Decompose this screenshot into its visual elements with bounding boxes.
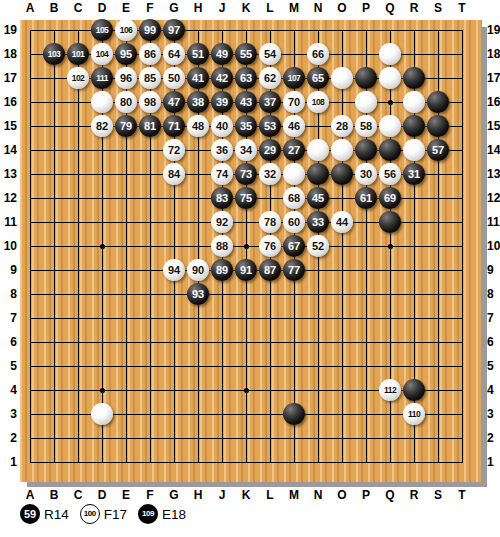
white-stone-E16: 80 — [115, 91, 137, 113]
black-stone-K17: 63 — [235, 67, 257, 89]
row-label-right-3: 3 — [487, 406, 500, 422]
column-label-bottom-C: C — [66, 488, 90, 502]
row-label-left-9: 9 — [0, 262, 17, 278]
move-number: 108 — [312, 98, 325, 107]
column-label-bottom-M: M — [282, 488, 306, 502]
column-label-top-O: O — [330, 1, 354, 15]
white-stone-N10: 52 — [307, 235, 329, 257]
column-label-top-M: M — [282, 1, 306, 15]
column-label-bottom-G: G — [162, 488, 186, 502]
move-number: 104 — [96, 50, 109, 59]
move-number: 60 — [288, 217, 300, 228]
white-stone-Q13: 56 — [379, 163, 401, 185]
column-label-bottom-K: K — [234, 488, 258, 502]
move-number: 56 — [384, 169, 396, 180]
row-label-right-19: 19 — [487, 22, 500, 38]
move-number: 36 — [216, 145, 228, 156]
black-stone-N13 — [307, 163, 329, 185]
column-label-bottom-S: S — [426, 488, 450, 502]
move-number: 88 — [216, 241, 228, 252]
row-label-left-18: 18 — [0, 46, 17, 62]
black-stone-S16 — [427, 91, 449, 113]
row-label-right-16: 16 — [487, 94, 500, 110]
column-label-top-S: S — [426, 1, 450, 15]
move-number: 93 — [192, 289, 204, 300]
black-stone-M9: 77 — [283, 259, 305, 281]
white-stone-D18: 104 — [91, 43, 113, 65]
move-number: 75 — [240, 193, 252, 204]
white-stone-J13: 74 — [211, 163, 233, 185]
row-label-left-17: 17 — [0, 70, 17, 86]
white-stone-N18: 66 — [307, 43, 329, 65]
move-number: 85 — [144, 73, 156, 84]
column-label-bottom-T: T — [450, 488, 474, 502]
move-number: 68 — [288, 193, 300, 204]
move-number: 33 — [312, 217, 324, 228]
move-number: 77 — [288, 265, 300, 276]
black-stone-K13: 73 — [235, 163, 257, 185]
row-label-left-1: 1 — [0, 454, 17, 470]
white-stone-F16: 98 — [139, 91, 161, 113]
column-label-top-K: K — [234, 1, 258, 15]
column-label-bottom-R: R — [402, 488, 426, 502]
white-stone-N14 — [307, 139, 329, 161]
column-label-top-Q: Q — [378, 1, 402, 15]
move-number: 31 — [408, 169, 420, 180]
row-label-right-4: 4 — [487, 382, 500, 398]
move-number: 107 — [288, 74, 301, 83]
hoshi-point — [388, 244, 393, 249]
hoshi-point — [100, 388, 105, 393]
black-stone-B18: 103 — [43, 43, 65, 65]
move-number: 41 — [192, 73, 204, 84]
white-stone-L18: 54 — [259, 43, 281, 65]
black-stone-N11: 33 — [307, 211, 329, 233]
column-label-top-R: R — [402, 1, 426, 15]
white-stone-P15: 58 — [355, 115, 377, 137]
move-number: 78 — [264, 217, 276, 228]
white-stone-Q4: 112 — [379, 379, 401, 401]
white-stone-G18: 64 — [163, 43, 185, 65]
move-number: 71 — [168, 121, 180, 132]
move-number: 51 — [192, 49, 204, 60]
black-stone-J18: 49 — [211, 43, 233, 65]
hoshi-point — [100, 244, 105, 249]
move-number: 49 — [216, 49, 228, 60]
column-label-top-N: N — [306, 1, 330, 15]
move-number: 70 — [288, 97, 300, 108]
white-stone-O17 — [331, 67, 353, 89]
column-label-bottom-F: F — [138, 488, 162, 502]
white-stone-L17: 62 — [259, 67, 281, 89]
column-label-top-G: G — [162, 1, 186, 15]
black-stone-G15: 71 — [163, 115, 185, 137]
white-stone-Q17 — [379, 67, 401, 89]
white-stone-M13 — [283, 163, 305, 185]
black-stone-Q11 — [379, 211, 401, 233]
hoshi-point — [244, 388, 249, 393]
row-label-right-14: 14 — [487, 142, 500, 158]
white-stone-F18: 86 — [139, 43, 161, 65]
move-number: 66 — [312, 49, 324, 60]
column-label-top-C: C — [66, 1, 90, 15]
move-number: 29 — [264, 145, 276, 156]
row-label-right-13: 13 — [487, 166, 500, 182]
black-stone-H16: 38 — [187, 91, 209, 113]
white-stone-L10: 76 — [259, 235, 281, 257]
row-label-left-3: 3 — [0, 406, 17, 422]
black-stone-R13: 31 — [403, 163, 425, 185]
move-number: 37 — [264, 97, 276, 108]
move-number: 105 — [96, 26, 109, 35]
move-number: 58 — [360, 121, 372, 132]
row-label-right-1: 1 — [487, 454, 500, 470]
move-number: 38 — [192, 97, 204, 108]
row-label-left-2: 2 — [0, 430, 17, 446]
row-label-right-8: 8 — [487, 286, 500, 302]
move-number: 99 — [144, 25, 156, 36]
move-number: 64 — [168, 49, 180, 60]
move-number: 90 — [192, 265, 204, 276]
move-number: 27 — [288, 145, 300, 156]
move-number: 55 — [240, 49, 252, 60]
move-number: 72 — [168, 145, 180, 156]
move-number: 84 — [168, 169, 180, 180]
move-number: 46 — [288, 121, 300, 132]
row-label-left-4: 4 — [0, 382, 17, 398]
black-stone-M10: 67 — [283, 235, 305, 257]
white-stone-M11: 60 — [283, 211, 305, 233]
move-number: 50 — [168, 73, 180, 84]
white-stone-G9: 94 — [163, 259, 185, 281]
caption-coord-text: R14 — [44, 507, 69, 522]
black-stone-K15: 35 — [235, 115, 257, 137]
row-label-left-6: 6 — [0, 334, 17, 350]
black-stone-K12: 75 — [235, 187, 257, 209]
black-stone-E15: 79 — [115, 115, 137, 137]
column-label-top-E: E — [114, 1, 138, 15]
row-label-right-7: 7 — [487, 310, 500, 326]
white-stone-J10: 88 — [211, 235, 233, 257]
row-label-right-9: 9 — [487, 262, 500, 278]
move-number: 87 — [264, 265, 276, 276]
black-stone-P14 — [355, 139, 377, 161]
black-stone-L14: 29 — [259, 139, 281, 161]
white-stone-J15: 40 — [211, 115, 233, 137]
row-label-right-5: 5 — [487, 358, 500, 374]
black-stone-F19: 99 — [139, 19, 161, 41]
move-number: 95 — [120, 49, 132, 60]
white-stone-D16 — [91, 91, 113, 113]
row-label-right-2: 2 — [487, 430, 500, 446]
move-number: 103 — [48, 50, 61, 59]
hoshi-point — [388, 100, 393, 105]
white-stone-E19: 106 — [115, 19, 137, 41]
move-number: 61 — [360, 193, 372, 204]
white-stone-P13: 30 — [355, 163, 377, 185]
white-stone-R16 — [403, 91, 425, 113]
white-stone-P16 — [355, 91, 377, 113]
black-stone-D17: 111 — [91, 67, 113, 89]
black-stone-P17 — [355, 67, 377, 89]
move-number: 39 — [216, 97, 228, 108]
black-stone-P12: 61 — [355, 187, 377, 209]
black-stone-J9: 89 — [211, 259, 233, 281]
move-number: 43 — [240, 97, 252, 108]
move-number: 74 — [216, 169, 228, 180]
black-stone-C18: 101 — [67, 43, 89, 65]
move-number: 47 — [168, 97, 180, 108]
move-number: 97 — [168, 25, 180, 36]
row-label-left-13: 13 — [0, 166, 17, 182]
move-number: 28 — [336, 121, 348, 132]
white-stone-F17: 85 — [139, 67, 161, 89]
move-number: 79 — [120, 121, 132, 132]
caption-move-number: 59 — [24, 509, 36, 520]
column-label-bottom-E: E — [114, 488, 138, 502]
move-number: 106 — [120, 26, 133, 35]
row-label-left-7: 7 — [0, 310, 17, 326]
white-stone-O14 — [331, 139, 353, 161]
caption-move-number: 109 — [142, 510, 154, 518]
white-stone-Q18 — [379, 43, 401, 65]
white-stone-G13: 84 — [163, 163, 185, 185]
column-label-bottom-D: D — [90, 488, 114, 502]
white-stone-C17: 102 — [67, 67, 89, 89]
black-stone-R4 — [403, 379, 425, 401]
move-number: 91 — [240, 265, 252, 276]
black-stone-N12: 45 — [307, 187, 329, 209]
white-stone-H9: 90 — [187, 259, 209, 281]
move-number: 83 — [216, 193, 228, 204]
move-number: 57 — [432, 145, 444, 156]
white-stone-D15: 82 — [91, 115, 113, 137]
row-label-left-10: 10 — [0, 238, 17, 254]
black-stone-S14: 57 — [427, 139, 449, 161]
black-stone-G19: 97 — [163, 19, 185, 41]
move-number: 35 — [240, 121, 252, 132]
black-stone-L16: 37 — [259, 91, 281, 113]
row-label-right-15: 15 — [487, 118, 500, 134]
row-label-right-6: 6 — [487, 334, 500, 350]
column-label-top-B: B — [42, 1, 66, 15]
black-stone-K16: 43 — [235, 91, 257, 113]
move-number: 63 — [240, 73, 252, 84]
white-stone-R14 — [403, 139, 425, 161]
move-number: 80 — [120, 97, 132, 108]
column-label-bottom-Q: Q — [378, 488, 402, 502]
white-stone-G17: 50 — [163, 67, 185, 89]
black-stone-O13 — [331, 163, 353, 185]
black-stone-M3 — [283, 403, 305, 425]
column-label-top-D: D — [90, 1, 114, 15]
white-stone-O11: 44 — [331, 211, 353, 233]
move-number: 86 — [144, 49, 156, 60]
black-stone-S15 — [427, 115, 449, 137]
column-label-bottom-P: P — [354, 488, 378, 502]
move-number: 98 — [144, 97, 156, 108]
black-stone-L15: 53 — [259, 115, 281, 137]
caption-coord-text: E18 — [162, 507, 186, 522]
black-stone-Q14 — [379, 139, 401, 161]
go-kifu-diagram: ABCDEFGHJKLMNOPQRST ABCDEFGHJKLMNOPQRST … — [0, 0, 500, 537]
white-stone-L11: 78 — [259, 211, 281, 233]
move-number: 81 — [144, 121, 156, 132]
move-number: 111 — [96, 74, 108, 83]
white-stone-L13: 32 — [259, 163, 281, 185]
move-number: 48 — [192, 121, 204, 132]
white-stone-O15: 28 — [331, 115, 353, 137]
column-label-top-H: H — [186, 1, 210, 15]
white-stone-J11: 92 — [211, 211, 233, 233]
move-number: 112 — [384, 386, 396, 395]
black-stone-H18: 51 — [187, 43, 209, 65]
move-number: 34 — [240, 145, 252, 156]
row-label-left-12: 12 — [0, 190, 17, 206]
move-number: 73 — [240, 169, 252, 180]
white-stone-D3 — [91, 403, 113, 425]
black-stone-H8: 93 — [187, 283, 209, 305]
black-stone-M14: 27 — [283, 139, 305, 161]
column-label-top-F: F — [138, 1, 162, 15]
row-label-right-12: 12 — [487, 190, 500, 206]
row-label-right-18: 18 — [487, 46, 500, 62]
black-stone-K9: 91 — [235, 259, 257, 281]
move-number: 110 — [408, 410, 420, 419]
caption-move-number: 100 — [84, 510, 96, 518]
white-stone-R3: 110 — [403, 403, 425, 425]
black-stone-G16: 47 — [163, 91, 185, 113]
row-label-left-19: 19 — [0, 22, 17, 38]
column-label-bottom-B: B — [42, 488, 66, 502]
column-label-bottom-A: A — [18, 488, 42, 502]
white-stone-M12: 68 — [283, 187, 305, 209]
column-label-top-L: L — [258, 1, 282, 15]
column-label-bottom-O: O — [330, 488, 354, 502]
move-number: 45 — [312, 193, 324, 204]
move-number: 76 — [264, 241, 276, 252]
black-stone-M17: 107 — [283, 67, 305, 89]
black-stone-R17 — [403, 67, 425, 89]
black-stone-N17: 65 — [307, 67, 329, 89]
row-label-right-11: 11 — [487, 214, 500, 230]
caption: 59R14100F17109E18 — [20, 502, 197, 526]
black-stone-J17: 42 — [211, 67, 233, 89]
move-number: 52 — [312, 241, 324, 252]
column-label-bottom-H: H — [186, 488, 210, 502]
black-stone-J16: 39 — [211, 91, 233, 113]
column-label-top-A: A — [18, 1, 42, 15]
goban[interactable]: 1051069997103101104958664514955546610211… — [20, 20, 482, 482]
black-stone-D19: 105 — [91, 19, 113, 41]
column-label-bottom-N: N — [306, 488, 330, 502]
black-stone-E18: 95 — [115, 43, 137, 65]
column-label-bottom-J: J — [210, 488, 234, 502]
caption-stone-icon: 109 — [138, 504, 158, 524]
row-label-right-17: 17 — [487, 70, 500, 86]
column-label-top-J: J — [210, 1, 234, 15]
move-number: 89 — [216, 265, 228, 276]
column-label-top-T: T — [450, 1, 474, 15]
caption-stone-icon: 100 — [80, 504, 100, 524]
move-number: 42 — [216, 73, 228, 84]
row-label-left-5: 5 — [0, 358, 17, 374]
move-number: 30 — [360, 169, 372, 180]
move-number: 40 — [216, 121, 228, 132]
row-label-left-16: 16 — [0, 94, 17, 110]
move-number: 102 — [72, 74, 85, 83]
white-stone-M15: 46 — [283, 115, 305, 137]
white-stone-H15: 48 — [187, 115, 209, 137]
move-number: 69 — [384, 193, 396, 204]
white-stone-G14: 72 — [163, 139, 185, 161]
white-stone-M16: 70 — [283, 91, 305, 113]
move-number: 82 — [96, 121, 108, 132]
black-stone-L9: 87 — [259, 259, 281, 281]
black-stone-R15 — [403, 115, 425, 137]
move-number: 65 — [312, 73, 324, 84]
move-number: 44 — [336, 217, 348, 228]
black-stone-F15: 81 — [139, 115, 161, 137]
column-label-top-P: P — [354, 1, 378, 15]
white-stone-J14: 36 — [211, 139, 233, 161]
column-label-bottom-L: L — [258, 488, 282, 502]
move-number: 54 — [264, 49, 276, 60]
caption-stone-icon: 59 — [20, 504, 40, 524]
move-number: 92 — [216, 217, 228, 228]
black-stone-J12: 83 — [211, 187, 233, 209]
row-label-left-14: 14 — [0, 142, 17, 158]
row-label-left-15: 15 — [0, 118, 17, 134]
move-number: 32 — [264, 169, 276, 180]
black-stone-K18: 55 — [235, 43, 257, 65]
white-stone-Q15 — [379, 115, 401, 137]
row-label-left-8: 8 — [0, 286, 17, 302]
move-number: 67 — [288, 241, 300, 252]
row-label-left-11: 11 — [0, 214, 17, 230]
move-number: 96 — [120, 73, 132, 84]
move-number: 62 — [264, 73, 276, 84]
move-number: 101 — [72, 50, 85, 59]
caption-coord-text: F17 — [104, 507, 127, 522]
black-stone-Q12: 69 — [379, 187, 401, 209]
white-stone-K14: 34 — [235, 139, 257, 161]
row-label-right-10: 10 — [487, 238, 500, 254]
hoshi-point — [244, 244, 249, 249]
white-stone-N16: 108 — [307, 91, 329, 113]
move-number: 94 — [168, 265, 180, 276]
black-stone-H17: 41 — [187, 67, 209, 89]
move-number: 53 — [264, 121, 276, 132]
white-stone-E17: 96 — [115, 67, 137, 89]
